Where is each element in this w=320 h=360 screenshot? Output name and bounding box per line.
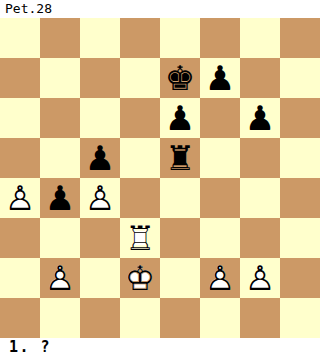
- square-c5[interactable]: ♟: [80, 138, 120, 178]
- square-c1[interactable]: [80, 298, 120, 338]
- square-a8[interactable]: [0, 18, 40, 58]
- square-a1[interactable]: [0, 298, 40, 338]
- square-b2[interactable]: ♟♙: [40, 258, 80, 298]
- square-a7[interactable]: [0, 58, 40, 98]
- square-d2[interactable]: ♚♔: [120, 258, 160, 298]
- square-e3[interactable]: [160, 218, 200, 258]
- white-pawn-outline: ♙: [40, 258, 80, 298]
- square-e7[interactable]: ♚: [160, 58, 200, 98]
- square-b7[interactable]: [40, 58, 80, 98]
- diagram-title: Pet.28: [5, 1, 52, 16]
- square-h5[interactable]: [280, 138, 320, 178]
- white-king-outline: ♔: [120, 258, 160, 298]
- square-e1[interactable]: [160, 298, 200, 338]
- square-h3[interactable]: [280, 218, 320, 258]
- square-g4[interactable]: [240, 178, 280, 218]
- move-prompt: 1. ?: [9, 338, 51, 356]
- square-f6[interactable]: [200, 98, 240, 138]
- white-rook-outline: ♖: [120, 218, 160, 258]
- white-king[interactable]: ♚♔: [120, 258, 160, 298]
- black-pawn[interactable]: ♟: [80, 138, 120, 178]
- square-h2[interactable]: [280, 258, 320, 298]
- square-d1[interactable]: [120, 298, 160, 338]
- square-c4[interactable]: ♟♙: [80, 178, 120, 218]
- black-pawn[interactable]: ♟: [240, 98, 280, 138]
- square-h8[interactable]: [280, 18, 320, 58]
- square-a3[interactable]: [0, 218, 40, 258]
- square-d5[interactable]: [120, 138, 160, 178]
- black-rook[interactable]: ♜: [160, 138, 200, 178]
- white-pawn-outline: ♙: [80, 178, 120, 218]
- white-pawn[interactable]: ♟♙: [200, 258, 240, 298]
- square-g8[interactable]: [240, 18, 280, 58]
- white-pawn[interactable]: ♟♙: [40, 258, 80, 298]
- square-g5[interactable]: [240, 138, 280, 178]
- black-pawn[interactable]: ♟: [40, 178, 80, 218]
- square-h4[interactable]: [280, 178, 320, 218]
- square-f8[interactable]: [200, 18, 240, 58]
- square-c8[interactable]: [80, 18, 120, 58]
- square-g3[interactable]: [240, 218, 280, 258]
- square-f4[interactable]: [200, 178, 240, 218]
- square-e4[interactable]: [160, 178, 200, 218]
- white-pawn-outline: ♙: [0, 178, 40, 218]
- square-f3[interactable]: [200, 218, 240, 258]
- black-pawn[interactable]: ♟: [200, 58, 240, 98]
- white-pawn-outline: ♙: [240, 258, 280, 298]
- square-e8[interactable]: [160, 18, 200, 58]
- square-c6[interactable]: [80, 98, 120, 138]
- square-f2[interactable]: ♟♙: [200, 258, 240, 298]
- black-king[interactable]: ♚: [160, 58, 200, 98]
- square-b1[interactable]: [40, 298, 80, 338]
- white-pawn-outline: ♙: [200, 258, 240, 298]
- white-rook[interactable]: ♜♖: [120, 218, 160, 258]
- square-a4[interactable]: ♟♙: [0, 178, 40, 218]
- square-c2[interactable]: [80, 258, 120, 298]
- white-pawn[interactable]: ♟♙: [80, 178, 120, 218]
- square-e6[interactable]: ♟: [160, 98, 200, 138]
- square-c7[interactable]: [80, 58, 120, 98]
- square-d8[interactable]: [120, 18, 160, 58]
- square-b4[interactable]: ♟: [40, 178, 80, 218]
- square-f5[interactable]: [200, 138, 240, 178]
- square-b6[interactable]: [40, 98, 80, 138]
- square-a2[interactable]: [0, 258, 40, 298]
- square-e5[interactable]: ♜: [160, 138, 200, 178]
- square-a5[interactable]: [0, 138, 40, 178]
- square-b8[interactable]: [40, 18, 80, 58]
- square-f7[interactable]: ♟: [200, 58, 240, 98]
- white-pawn[interactable]: ♟♙: [240, 258, 280, 298]
- square-c3[interactable]: [80, 218, 120, 258]
- square-d3[interactable]: ♜♖: [120, 218, 160, 258]
- chess-diagram: Pet.28 ♚♟♟♟♟♜♟♙♟♟♙♜♖♟♙♚♔♟♙♟♙ 1. ?: [0, 0, 320, 360]
- square-e2[interactable]: [160, 258, 200, 298]
- square-h1[interactable]: [280, 298, 320, 338]
- square-d4[interactable]: [120, 178, 160, 218]
- square-g7[interactable]: [240, 58, 280, 98]
- square-h7[interactable]: [280, 58, 320, 98]
- square-a6[interactable]: [0, 98, 40, 138]
- square-f1[interactable]: [200, 298, 240, 338]
- square-g1[interactable]: [240, 298, 280, 338]
- white-pawn[interactable]: ♟♙: [0, 178, 40, 218]
- square-h6[interactable]: [280, 98, 320, 138]
- chess-board: ♚♟♟♟♟♜♟♙♟♟♙♜♖♟♙♚♔♟♙♟♙: [0, 18, 320, 338]
- square-b3[interactable]: [40, 218, 80, 258]
- square-d6[interactable]: [120, 98, 160, 138]
- square-g2[interactable]: ♟♙: [240, 258, 280, 298]
- square-b5[interactable]: [40, 138, 80, 178]
- black-pawn[interactable]: ♟: [160, 98, 200, 138]
- square-g6[interactable]: ♟: [240, 98, 280, 138]
- square-d7[interactable]: [120, 58, 160, 98]
